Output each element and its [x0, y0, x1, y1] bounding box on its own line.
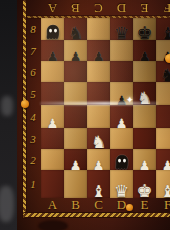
square-d2[interactable]	[110, 149, 133, 170]
square-f3[interactable]	[156, 128, 170, 149]
square-c6[interactable]	[87, 61, 110, 82]
file-labels-top: ABCDEFGH	[41, 0, 170, 16]
square-b5[interactable]	[64, 82, 87, 105]
chess-board[interactable]: ♞♛♚♝♟♟♟♟♟♞♟♞♟♟♞♟♟♟♟♝♛♚♝	[41, 18, 170, 198]
square-e3[interactable]	[133, 128, 156, 149]
rank-label-2: 2	[26, 149, 40, 170]
square-a6[interactable]	[41, 61, 64, 82]
square-e2[interactable]: ♟	[133, 149, 156, 170]
square-a8[interactable]	[41, 18, 64, 40]
square-b4[interactable]	[64, 105, 87, 128]
square-d5[interactable]: ♟	[110, 82, 133, 105]
square-d4[interactable]: ♟	[110, 105, 133, 128]
rank-labels-left: 87654321	[26, 18, 40, 198]
square-a4[interactable]: ♟	[41, 105, 64, 128]
rank-label-3: 3	[26, 128, 40, 149]
square-c5[interactable]	[87, 82, 110, 105]
file-label-c: C	[87, 0, 110, 16]
square-b8[interactable]: ♞	[64, 18, 87, 40]
square-f4[interactable]	[156, 105, 170, 128]
square-c1[interactable]: ♝	[87, 170, 110, 198]
square-a7[interactable]: ♟	[41, 40, 64, 61]
file-label-b: B	[64, 197, 87, 213]
square-b2[interactable]: ♟	[64, 149, 87, 170]
black-ghost-piece[interactable]	[114, 154, 130, 171]
square-c8[interactable]	[87, 18, 110, 40]
white-bishop[interactable]: ♝	[91, 184, 105, 200]
square-b1[interactable]	[64, 170, 87, 198]
square-d1[interactable]: ♛	[110, 170, 133, 198]
square-c3[interactable]: ♞	[87, 128, 110, 149]
frame-stud	[21, 100, 29, 108]
rank-label-8: 8	[26, 18, 40, 40]
square-c2[interactable]: ♟	[87, 149, 110, 170]
black-ghost-piece[interactable]	[45, 24, 61, 41]
square-c4[interactable]	[87, 105, 110, 128]
rank-label-4: 4	[26, 105, 40, 128]
white-bishop[interactable]: ♝	[160, 184, 170, 200]
square-c7[interactable]: ♟	[87, 40, 110, 61]
square-a5[interactable]	[41, 82, 64, 105]
square-d3[interactable]	[110, 128, 133, 149]
file-label-a: A	[41, 197, 64, 213]
square-a1[interactable]	[41, 170, 64, 198]
frame-foot-shadow	[38, 220, 68, 230]
square-a2[interactable]	[41, 149, 64, 170]
square-e7[interactable]: ♟	[133, 40, 156, 61]
square-e5[interactable]: ♞	[133, 82, 156, 105]
file-label-d: D	[110, 0, 133, 16]
square-b6[interactable]	[64, 61, 87, 82]
square-e1[interactable]: ♚	[133, 170, 156, 198]
square-d7[interactable]	[110, 40, 133, 61]
square-e4[interactable]	[133, 105, 156, 128]
game-screen: ABCDEFGH 87654321 ABCDEFGH ♞♛♚♝♟♟♟♟♟♞♟♞♟…	[0, 0, 170, 230]
white-king[interactable]: ♚	[136, 182, 152, 200]
square-e6[interactable]	[133, 61, 156, 82]
square-f8[interactable]: ♝	[156, 18, 170, 40]
square-a3[interactable]	[41, 128, 64, 149]
square-e8[interactable]: ♚	[133, 18, 156, 40]
rank-label-1: 1	[26, 170, 40, 198]
square-d6[interactable]	[110, 61, 133, 82]
square-b3[interactable]	[64, 128, 87, 149]
background-smudge	[0, 186, 14, 222]
file-label-b: B	[64, 0, 87, 16]
square-f6[interactable]: ♞	[156, 61, 170, 82]
frame-stud	[126, 204, 133, 211]
square-d8[interactable]: ♛	[110, 18, 133, 40]
rank-label-7: 7	[26, 40, 40, 61]
square-b7[interactable]: ♟	[64, 40, 87, 61]
white-queen[interactable]: ♛	[114, 183, 129, 200]
frame-stud	[165, 54, 170, 63]
file-label-a: A	[41, 0, 64, 16]
file-label-e: E	[133, 0, 156, 16]
rank-label-6: 6	[26, 61, 40, 82]
square-f2[interactable]: ♟	[156, 149, 170, 170]
rope-border-bottom	[23, 213, 170, 217]
square-f5[interactable]	[156, 82, 170, 105]
square-f1[interactable]: ♝	[156, 170, 170, 198]
background-smudge	[1, 96, 13, 116]
file-label-f: F	[156, 0, 170, 16]
